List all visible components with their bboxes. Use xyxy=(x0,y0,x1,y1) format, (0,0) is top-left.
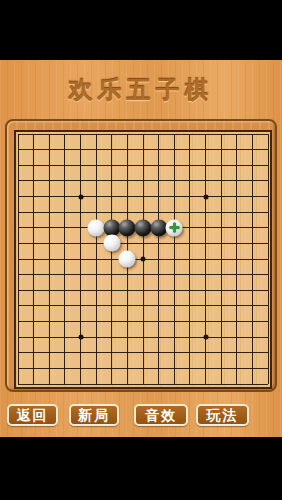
grid-line-vertical xyxy=(158,134,159,384)
stone-white xyxy=(88,219,105,236)
stone-black xyxy=(103,219,120,236)
grid-line-horizontal xyxy=(18,368,268,369)
app-title: 欢乐五子棋 xyxy=(0,74,282,106)
grid-line-horizontal xyxy=(18,321,268,322)
rules-button[interactable]: 玩法 xyxy=(196,404,249,426)
star-point xyxy=(203,335,208,340)
new-game-button[interactable]: 新局 xyxy=(69,404,119,426)
grid-line-horizontal xyxy=(18,337,268,338)
star-point xyxy=(203,194,208,199)
grid-line-vertical xyxy=(268,134,269,384)
last-move-marker-icon xyxy=(166,219,183,236)
gomoku-board[interactable] xyxy=(14,130,272,389)
status-bar-bottom xyxy=(0,437,282,500)
stone-white xyxy=(166,219,183,236)
grid-line-horizontal xyxy=(18,274,268,275)
stone-white xyxy=(119,251,136,268)
grid-line-vertical xyxy=(221,134,222,384)
app-screen: 欢乐五子棋 返回 新局 音效 玩法 xyxy=(0,0,282,500)
grid-line-vertical xyxy=(236,134,237,384)
grid-line-horizontal xyxy=(18,290,268,291)
star-point xyxy=(141,257,146,262)
grid-line-vertical xyxy=(189,134,190,384)
stone-black xyxy=(150,219,167,236)
grid-line-vertical xyxy=(205,134,206,384)
grid-line-horizontal xyxy=(18,384,268,385)
grid-line-vertical xyxy=(174,134,175,384)
sound-button[interactable]: 音效 xyxy=(134,404,188,426)
status-bar-top xyxy=(0,0,282,60)
grid-line-horizontal xyxy=(18,352,268,353)
stone-black xyxy=(135,219,152,236)
stone-black xyxy=(119,219,136,236)
grid-line-vertical xyxy=(252,134,253,384)
board-frame xyxy=(5,119,277,392)
star-point xyxy=(78,194,83,199)
back-button[interactable]: 返回 xyxy=(7,404,58,426)
star-point xyxy=(78,335,83,340)
stone-white xyxy=(103,235,120,252)
grid-line-horizontal xyxy=(18,305,268,306)
